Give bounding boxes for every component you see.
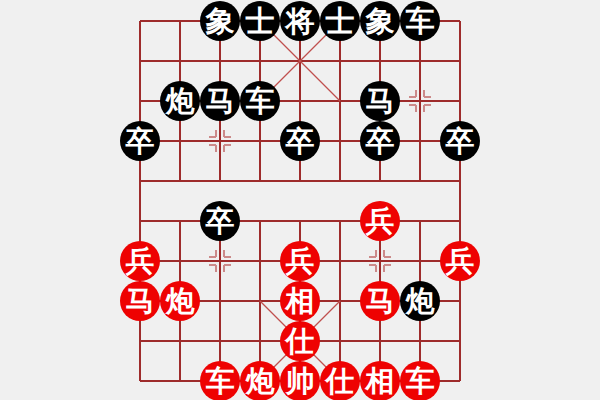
red-elephant[interactable]: 相 xyxy=(280,281,320,321)
black-soldier[interactable]: 卒 xyxy=(280,121,320,161)
red-horse[interactable]: 马 xyxy=(120,281,160,321)
black-general[interactable]: 将 xyxy=(280,1,320,41)
black-chariot[interactable]: 车 xyxy=(400,1,440,41)
red-advisor[interactable]: 仕 xyxy=(280,321,320,361)
red-horse[interactable]: 马 xyxy=(360,281,400,321)
black-horse[interactable]: 马 xyxy=(200,81,240,121)
black-cannon[interactable]: 炮 xyxy=(160,81,200,121)
black-elephant[interactable]: 象 xyxy=(200,1,240,41)
red-advisor[interactable]: 仕 xyxy=(320,361,360,400)
red-soldier[interactable]: 兵 xyxy=(120,241,160,281)
black-soldier[interactable]: 卒 xyxy=(120,121,160,161)
black-soldier[interactable]: 卒 xyxy=(440,121,480,161)
black-advisor[interactable]: 士 xyxy=(240,1,280,41)
red-chariot[interactable]: 车 xyxy=(400,361,440,400)
red-soldier[interactable]: 兵 xyxy=(280,241,320,281)
black-elephant[interactable]: 象 xyxy=(360,1,400,41)
xiangqi-board[interactable]: 象士将士象车炮马车马卒卒卒卒卒兵兵兵兵马炮相马炮仕车炮帅仕相车 xyxy=(120,1,480,400)
black-horse[interactable]: 马 xyxy=(360,81,400,121)
red-cannon[interactable]: 炮 xyxy=(240,361,280,400)
black-chariot[interactable]: 车 xyxy=(240,81,280,121)
red-chariot[interactable]: 车 xyxy=(200,361,240,400)
black-soldier[interactable]: 卒 xyxy=(200,201,240,241)
xiangqi-board-screen: 象士将士象车炮马车马卒卒卒卒卒兵兵兵兵马炮相马炮仕车炮帅仕相车 xyxy=(0,0,600,400)
red-elephant[interactable]: 相 xyxy=(360,361,400,400)
red-cannon[interactable]: 炮 xyxy=(160,281,200,321)
red-soldier[interactable]: 兵 xyxy=(440,241,480,281)
red-soldier[interactable]: 兵 xyxy=(360,201,400,241)
black-cannon[interactable]: 炮 xyxy=(400,281,440,321)
red-general[interactable]: 帅 xyxy=(280,361,320,400)
black-advisor[interactable]: 士 xyxy=(320,1,360,41)
black-soldier[interactable]: 卒 xyxy=(360,121,400,161)
